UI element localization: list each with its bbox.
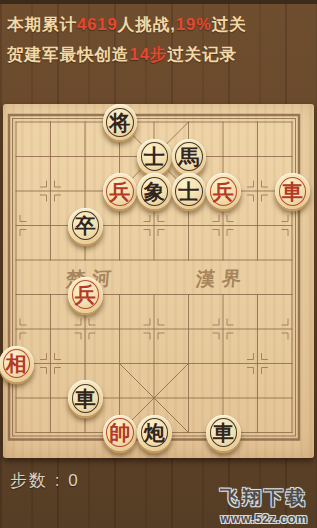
piece-black[interactable]: 士	[137, 139, 172, 175]
piece-red[interactable]: 帥	[103, 415, 138, 451]
board-cell[interactable]	[172, 347, 207, 382]
board-cell[interactable]	[68, 174, 103, 209]
board-cell[interactable]	[34, 278, 69, 313]
board-cell[interactable]	[68, 416, 103, 451]
board-cell[interactable]	[241, 312, 276, 347]
piece-glyph: 相	[6, 353, 27, 374]
board-cell[interactable]	[172, 312, 207, 347]
board-cell[interactable]	[172, 381, 207, 416]
board-cell[interactable]	[275, 312, 310, 347]
board-cell[interactable]	[137, 381, 172, 416]
piece-glyph: 将	[109, 112, 130, 133]
board-cell[interactable]	[103, 278, 138, 313]
board-cell[interactable]	[206, 347, 241, 382]
board-cell[interactable]	[68, 140, 103, 175]
board-cell[interactable]	[241, 347, 276, 382]
board-cell[interactable]	[34, 140, 69, 175]
board-cell[interactable]	[68, 312, 103, 347]
header-text-segment: 过关记录	[167, 45, 237, 63]
board-cell[interactable]	[241, 416, 276, 451]
piece-glyph: 馬	[178, 146, 199, 167]
header-text-segment: 贺建军最快创造	[7, 45, 130, 63]
piece-glyph: 帥	[109, 422, 130, 443]
board-cell[interactable]	[137, 347, 172, 382]
board-cell[interactable]	[34, 243, 69, 278]
board-cell[interactable]: 兵	[103, 174, 138, 209]
piece-red[interactable]: 兵	[103, 173, 138, 209]
board-cell[interactable]	[103, 140, 138, 175]
board-cell[interactable]	[103, 381, 138, 416]
board-cell[interactable]	[68, 243, 103, 278]
board-cell[interactable]	[34, 174, 69, 209]
board-cell[interactable]	[206, 381, 241, 416]
challenge-header: 本期累计4619人挑战,19%过关 贺建军最快创造14步过关记录	[7, 9, 247, 69]
piece-glyph: 象	[144, 181, 165, 202]
piece-black[interactable]: 車	[206, 415, 241, 451]
board-cell[interactable]	[0, 312, 34, 347]
board-cell[interactable]: 炮	[137, 416, 172, 451]
board-cell[interactable]	[206, 105, 241, 140]
board-cell[interactable]: 将	[103, 105, 138, 140]
step-counter-value: 0	[68, 471, 79, 490]
board-cell[interactable]: 車	[68, 381, 103, 416]
board-cell[interactable]	[172, 278, 207, 313]
piece-glyph: 車	[75, 388, 96, 409]
board-cell[interactable]	[241, 278, 276, 313]
board-cell[interactable]	[275, 347, 310, 382]
board-cell[interactable]	[34, 209, 69, 244]
board-cell[interactable]	[241, 140, 276, 175]
board-cell[interactable]	[0, 278, 34, 313]
board-cell[interactable]	[241, 105, 276, 140]
board-cell[interactable]: 兵	[206, 174, 241, 209]
board-grid: 将士馬兵象士兵車卒兵相車帥炮車	[0, 105, 310, 450]
piece-glyph: 卒	[75, 215, 96, 236]
piece-glyph: 兵	[109, 181, 130, 202]
board-cell[interactable]: 帥	[103, 416, 138, 451]
board-cell[interactable]	[241, 174, 276, 209]
board-cell[interactable]: 相	[0, 347, 34, 382]
xiangqi-app: 本期累计4619人挑战,19%过关 贺建军最快创造14步过关记录 楚河 漢界 将…	[0, 0, 317, 528]
piece-black[interactable]: 卒	[68, 208, 103, 244]
board-cell[interactable]	[34, 381, 69, 416]
board-cell[interactable]	[137, 209, 172, 244]
board-cell[interactable]	[172, 416, 207, 451]
piece-black[interactable]: 士	[172, 173, 207, 209]
piece-red[interactable]: 兵	[206, 173, 241, 209]
watermark-title: 飞翔下载	[220, 485, 308, 511]
step-counter-separator: :	[48, 471, 68, 490]
piece-glyph: 士	[144, 146, 165, 167]
watermark-url: www.52z.com	[220, 512, 308, 526]
board-cell[interactable]	[34, 347, 69, 382]
board-cell[interactable]	[172, 243, 207, 278]
board-cell[interactable]	[137, 278, 172, 313]
piece-black[interactable]: 象	[137, 173, 172, 209]
board-cell[interactable]	[0, 243, 34, 278]
header-text-segment: 人挑战,	[118, 15, 176, 33]
piece-red[interactable]: 相	[0, 346, 34, 382]
board-cell[interactable]	[0, 140, 34, 175]
piece-red[interactable]: 兵	[68, 277, 103, 313]
board-cell[interactable]	[275, 278, 310, 313]
board-cell[interactable]	[206, 278, 241, 313]
board-cell[interactable]: 象	[137, 174, 172, 209]
board-cell[interactable]	[241, 381, 276, 416]
board-cell[interactable]	[0, 416, 34, 451]
board-cell[interactable]: 卒	[68, 209, 103, 244]
board-cell[interactable]	[0, 174, 34, 209]
board-cell[interactable]	[137, 312, 172, 347]
header-text-segment: 过关	[212, 15, 247, 33]
piece-glyph: 兵	[75, 284, 96, 305]
board-cell[interactable]	[34, 105, 69, 140]
board-cell[interactable]	[103, 243, 138, 278]
piece-glyph: 車	[282, 181, 303, 202]
step-counter-label: 步数	[10, 471, 48, 490]
board-cell[interactable]	[275, 140, 310, 175]
piece-glyph: 炮	[144, 422, 165, 443]
piece-glyph: 車	[213, 422, 234, 443]
board-cell[interactable]: 馬	[172, 140, 207, 175]
board-cell[interactable]: 車	[275, 174, 310, 209]
header-text-segment: 14步	[130, 45, 168, 63]
board-cell[interactable]	[241, 243, 276, 278]
board-cell[interactable]	[34, 416, 69, 451]
board-cell[interactable]	[275, 416, 310, 451]
piece-glyph: 士	[178, 181, 199, 202]
piece-black[interactable]: 将	[103, 104, 138, 140]
header-line2: 贺建军最快创造14步过关记录	[7, 39, 247, 69]
board-cell[interactable]: 士	[137, 140, 172, 175]
board-cell[interactable]	[172, 105, 207, 140]
header-line1: 本期累计4619人挑战,19%过关	[7, 9, 247, 39]
board-cell[interactable]	[0, 209, 34, 244]
top-edge-strip	[0, 0, 317, 4]
board-cell[interactable]	[34, 312, 69, 347]
board-cell[interactable]	[206, 140, 241, 175]
header-text-segment: 19%	[176, 15, 212, 33]
board-cell[interactable]	[137, 105, 172, 140]
board-cell[interactable]	[275, 209, 310, 244]
board-cell[interactable]	[206, 312, 241, 347]
board-cell[interactable]	[103, 312, 138, 347]
board-cell[interactable]: 兵	[68, 278, 103, 313]
board-cell[interactable]	[103, 347, 138, 382]
board-cell[interactable]	[206, 209, 241, 244]
board-cell[interactable]	[0, 381, 34, 416]
board-cell[interactable]	[275, 105, 310, 140]
board-cell[interactable]	[275, 243, 310, 278]
piece-black[interactable]: 馬	[172, 139, 207, 175]
board-cell[interactable]	[103, 209, 138, 244]
board-cell[interactable]	[68, 347, 103, 382]
board-cell[interactable]	[206, 243, 241, 278]
board-cell[interactable]	[241, 209, 276, 244]
board-cell[interactable]	[137, 243, 172, 278]
board-cell[interactable]	[68, 105, 103, 140]
piece-black[interactable]: 炮	[137, 415, 172, 451]
board-cell[interactable]: 士	[172, 174, 207, 209]
header-text-segment: 本期累计	[7, 15, 77, 33]
header-text-segment: 4619	[77, 15, 118, 33]
watermark: 飞翔下载 www.52z.com	[220, 485, 308, 526]
piece-black[interactable]: 車	[68, 380, 103, 416]
board-cell[interactable]	[0, 105, 34, 140]
piece-red[interactable]: 車	[275, 173, 310, 209]
board-cell[interactable]: 車	[206, 416, 241, 451]
board-cell[interactable]	[172, 209, 207, 244]
piece-glyph: 兵	[213, 181, 234, 202]
board-cell[interactable]	[275, 381, 310, 416]
step-counter: 步数 : 0	[10, 469, 80, 492]
